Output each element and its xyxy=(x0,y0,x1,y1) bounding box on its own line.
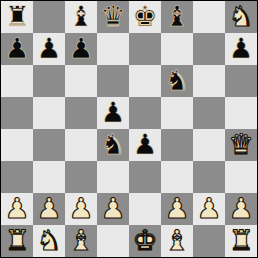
square-a2[interactable]: ♟ xyxy=(1,193,33,225)
square-g1[interactable] xyxy=(193,225,225,257)
square-b1[interactable]: ♞ xyxy=(33,225,65,257)
square-d1[interactable] xyxy=(97,225,129,257)
square-h3[interactable] xyxy=(225,161,257,193)
piece-black-pawn-e4[interactable]: ♟ xyxy=(132,129,157,161)
square-f7[interactable] xyxy=(161,33,193,65)
square-g8[interactable] xyxy=(193,1,225,33)
square-h1[interactable]: ♜ xyxy=(225,225,257,257)
square-d6[interactable] xyxy=(97,65,129,97)
square-a6[interactable] xyxy=(1,65,33,97)
square-c3[interactable] xyxy=(65,161,97,193)
square-d2[interactable]: ♟ xyxy=(97,193,129,225)
chess-board: ♜♝♛♚♝♞♟♟♟♟♞♟♞♟♛♟♟♟♟♟♟♟♜♞♝♚♝♜ xyxy=(0,0,258,258)
square-e4[interactable]: ♟ xyxy=(129,129,161,161)
square-f5[interactable] xyxy=(161,97,193,129)
square-c4[interactable] xyxy=(65,129,97,161)
square-d7[interactable] xyxy=(97,33,129,65)
square-h5[interactable] xyxy=(225,97,257,129)
square-b2[interactable]: ♟ xyxy=(33,193,65,225)
square-c2[interactable]: ♟ xyxy=(65,193,97,225)
piece-white-knight-h8[interactable]: ♞ xyxy=(228,1,253,33)
square-e3[interactable] xyxy=(129,161,161,193)
piece-white-pawn-a2[interactable]: ♟ xyxy=(4,193,29,225)
square-e5[interactable] xyxy=(129,97,161,129)
square-d5[interactable]: ♟ xyxy=(97,97,129,129)
piece-black-bishop-f8[interactable]: ♝ xyxy=(164,1,189,33)
square-g7[interactable] xyxy=(193,33,225,65)
square-b8[interactable] xyxy=(33,1,65,33)
square-a1[interactable]: ♜ xyxy=(1,225,33,257)
square-f3[interactable] xyxy=(161,161,193,193)
piece-white-pawn-d2[interactable]: ♟ xyxy=(100,193,125,225)
piece-white-pawn-g2[interactable]: ♟ xyxy=(196,193,221,225)
square-a4[interactable] xyxy=(1,129,33,161)
square-c8[interactable]: ♝ xyxy=(65,1,97,33)
piece-black-pawn-d5[interactable]: ♟ xyxy=(100,97,125,129)
square-g4[interactable] xyxy=(193,129,225,161)
piece-black-pawn-b7[interactable]: ♟ xyxy=(36,33,61,65)
square-e6[interactable] xyxy=(129,65,161,97)
piece-black-pawn-a7[interactable]: ♟ xyxy=(4,33,29,65)
square-f1[interactable]: ♝ xyxy=(161,225,193,257)
square-b6[interactable] xyxy=(33,65,65,97)
square-a7[interactable]: ♟ xyxy=(1,33,33,65)
square-b3[interactable] xyxy=(33,161,65,193)
piece-white-rook-a1[interactable]: ♜ xyxy=(4,225,29,257)
square-h2[interactable]: ♟ xyxy=(225,193,257,225)
square-d8[interactable]: ♛ xyxy=(97,1,129,33)
piece-white-pawn-b2[interactable]: ♟ xyxy=(36,193,61,225)
square-a5[interactable] xyxy=(1,97,33,129)
piece-white-bishop-f1[interactable]: ♝ xyxy=(164,225,189,257)
piece-white-pawn-f2[interactable]: ♟ xyxy=(164,193,189,225)
square-a3[interactable] xyxy=(1,161,33,193)
piece-white-queen-h4[interactable]: ♛ xyxy=(228,129,253,161)
square-c7[interactable]: ♟ xyxy=(65,33,97,65)
square-d4[interactable]: ♞ xyxy=(97,129,129,161)
square-h6[interactable] xyxy=(225,65,257,97)
square-g6[interactable] xyxy=(193,65,225,97)
square-f6[interactable]: ♞ xyxy=(161,65,193,97)
piece-white-rook-h1[interactable]: ♜ xyxy=(228,225,253,257)
square-h8[interactable]: ♞ xyxy=(225,1,257,33)
piece-black-knight-f6[interactable]: ♞ xyxy=(164,65,189,97)
piece-black-rook-a8[interactable]: ♜ xyxy=(4,1,29,33)
piece-black-queen-d8[interactable]: ♛ xyxy=(100,1,125,33)
square-b7[interactable]: ♟ xyxy=(33,33,65,65)
piece-white-pawn-h2[interactable]: ♟ xyxy=(228,193,253,225)
piece-black-pawn-c7[interactable]: ♟ xyxy=(68,33,93,65)
square-c1[interactable]: ♝ xyxy=(65,225,97,257)
square-e1[interactable]: ♚ xyxy=(129,225,161,257)
square-h4[interactable]: ♛ xyxy=(225,129,257,161)
square-b5[interactable] xyxy=(33,97,65,129)
piece-black-pawn-h7[interactable]: ♟ xyxy=(228,33,253,65)
square-f8[interactable]: ♝ xyxy=(161,1,193,33)
square-e8[interactable]: ♚ xyxy=(129,1,161,33)
square-g5[interactable] xyxy=(193,97,225,129)
square-g3[interactable] xyxy=(193,161,225,193)
square-c5[interactable] xyxy=(65,97,97,129)
square-h7[interactable]: ♟ xyxy=(225,33,257,65)
square-e7[interactable] xyxy=(129,33,161,65)
piece-white-pawn-c2[interactable]: ♟ xyxy=(68,193,93,225)
square-g2[interactable]: ♟ xyxy=(193,193,225,225)
square-c6[interactable] xyxy=(65,65,97,97)
square-f2[interactable]: ♟ xyxy=(161,193,193,225)
piece-black-bishop-c8[interactable]: ♝ xyxy=(68,1,93,33)
square-b4[interactable] xyxy=(33,129,65,161)
piece-white-knight-b1[interactable]: ♞ xyxy=(36,225,61,257)
piece-white-king-e1[interactable]: ♚ xyxy=(132,225,157,257)
piece-black-king-e8[interactable]: ♚ xyxy=(132,1,157,33)
square-e2[interactable] xyxy=(129,193,161,225)
square-f4[interactable] xyxy=(161,129,193,161)
square-d3[interactable] xyxy=(97,161,129,193)
chess-board-window: ♜♝♛♚♝♞♟♟♟♟♞♟♞♟♛♟♟♟♟♟♟♟♜♞♝♚♝♜ xyxy=(0,0,258,258)
piece-black-knight-d4[interactable]: ♞ xyxy=(100,129,125,161)
square-a8[interactable]: ♜ xyxy=(1,1,33,33)
piece-white-bishop-c1[interactable]: ♝ xyxy=(68,225,93,257)
